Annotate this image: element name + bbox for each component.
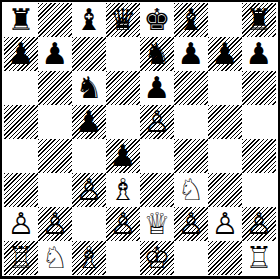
piece-white-pawn: ♙ — [246, 207, 273, 241]
square-c2[interactable] — [72, 207, 106, 241]
square-h4[interactable] — [242, 139, 276, 173]
square-g5[interactable] — [208, 105, 242, 139]
square-f8[interactable]: ♝ — [174, 3, 208, 37]
square-a8[interactable]: ♜ — [4, 3, 38, 37]
square-e2[interactable]: ♕ — [140, 207, 174, 241]
piece-white-knight: ♘ — [178, 173, 205, 207]
square-b5[interactable] — [38, 105, 72, 139]
piece-white-pawn: ♙ — [110, 207, 137, 241]
square-c8[interactable]: ♝ — [72, 3, 106, 37]
piece-black-pawn: ♟ — [76, 105, 103, 139]
square-a2[interactable]: ♙ — [4, 207, 38, 241]
piece-white-pawn: ♙ — [178, 207, 205, 241]
piece-black-pawn: ♟ — [178, 37, 205, 71]
square-b1[interactable]: ♘ — [38, 241, 72, 275]
piece-white-pawn: ♙ — [144, 105, 171, 139]
square-d7[interactable] — [106, 37, 140, 71]
piece-black-bishop: ♝ — [178, 3, 205, 37]
square-e8[interactable]: ♚ — [140, 3, 174, 37]
square-d1[interactable] — [106, 241, 140, 275]
square-a6[interactable] — [4, 71, 38, 105]
square-f7[interactable]: ♟ — [174, 37, 208, 71]
square-f4[interactable] — [174, 139, 208, 173]
piece-white-bishop: ♗ — [76, 241, 103, 275]
piece-white-bishop: ♗ — [110, 173, 137, 207]
piece-black-pawn: ♟ — [212, 37, 239, 71]
piece-black-pawn: ♟ — [110, 139, 137, 173]
piece-black-pawn: ♟ — [246, 37, 273, 71]
square-c1[interactable]: ♗ — [72, 241, 106, 275]
square-g7[interactable]: ♟ — [208, 37, 242, 71]
square-h7[interactable]: ♟ — [242, 37, 276, 71]
square-h2[interactable]: ♙ — [242, 207, 276, 241]
square-c4[interactable] — [72, 139, 106, 173]
square-h3[interactable] — [242, 173, 276, 207]
square-d8[interactable]: ♛ — [106, 3, 140, 37]
square-e7[interactable]: ♞ — [140, 37, 174, 71]
chess-board: ♜♝♛♚♝♜♟♟♞♟♟♟♞♟♟♙♟♙♗♘♙♙♙♕♙♙♙♖♘♗♔♖ — [4, 3, 276, 275]
piece-black-pawn: ♟ — [144, 71, 171, 105]
square-h1[interactable]: ♖ — [242, 241, 276, 275]
piece-white-pawn: ♙ — [76, 173, 103, 207]
square-g3[interactable] — [208, 173, 242, 207]
piece-black-knight: ♞ — [76, 71, 103, 105]
piece-black-rook: ♜ — [246, 3, 273, 37]
square-c7[interactable] — [72, 37, 106, 71]
square-b6[interactable] — [38, 71, 72, 105]
square-f2[interactable]: ♙ — [174, 207, 208, 241]
square-f3[interactable]: ♘ — [174, 173, 208, 207]
square-b8[interactable] — [38, 3, 72, 37]
square-a5[interactable] — [4, 105, 38, 139]
piece-white-knight: ♘ — [42, 241, 69, 275]
piece-white-pawn: ♙ — [42, 207, 69, 241]
square-a3[interactable] — [4, 173, 38, 207]
square-d4[interactable]: ♟ — [106, 139, 140, 173]
square-g8[interactable] — [208, 3, 242, 37]
square-a4[interactable] — [4, 139, 38, 173]
square-g1[interactable] — [208, 241, 242, 275]
piece-white-rook: ♖ — [246, 241, 273, 275]
piece-white-queen: ♕ — [144, 207, 171, 241]
square-e3[interactable] — [140, 173, 174, 207]
piece-black-knight: ♞ — [144, 37, 171, 71]
square-h5[interactable] — [242, 105, 276, 139]
square-a1[interactable]: ♖ — [4, 241, 38, 275]
square-h6[interactable] — [242, 71, 276, 105]
piece-white-pawn: ♙ — [212, 207, 239, 241]
square-b2[interactable]: ♙ — [38, 207, 72, 241]
square-a7[interactable]: ♟ — [4, 37, 38, 71]
piece-white-pawn: ♙ — [8, 207, 35, 241]
piece-white-king: ♔ — [144, 241, 171, 275]
piece-black-rook: ♜ — [8, 3, 35, 37]
piece-black-pawn: ♟ — [8, 37, 35, 71]
piece-black-queen: ♛ — [110, 3, 137, 37]
square-b3[interactable] — [38, 173, 72, 207]
square-e1[interactable]: ♔ — [140, 241, 174, 275]
piece-black-king: ♚ — [144, 3, 171, 37]
square-c6[interactable]: ♞ — [72, 71, 106, 105]
square-e6[interactable]: ♟ — [140, 71, 174, 105]
square-c3[interactable]: ♙ — [72, 173, 106, 207]
square-d3[interactable]: ♗ — [106, 173, 140, 207]
square-e4[interactable] — [140, 139, 174, 173]
square-c5[interactable]: ♟ — [72, 105, 106, 139]
piece-black-pawn: ♟ — [42, 37, 69, 71]
square-b7[interactable]: ♟ — [38, 37, 72, 71]
square-h8[interactable]: ♜ — [242, 3, 276, 37]
piece-white-rook: ♖ — [8, 241, 35, 275]
square-f6[interactable] — [174, 71, 208, 105]
square-f5[interactable] — [174, 105, 208, 139]
square-f1[interactable] — [174, 241, 208, 275]
chess-diagram: ♜♝♛♚♝♜♟♟♞♟♟♟♞♟♟♙♟♙♗♘♙♙♙♕♙♙♙♖♘♗♔♖ — [0, 0, 280, 279]
square-g2[interactable]: ♙ — [208, 207, 242, 241]
square-d5[interactable] — [106, 105, 140, 139]
square-b4[interactable] — [38, 139, 72, 173]
square-e5[interactable]: ♙ — [140, 105, 174, 139]
square-d6[interactable] — [106, 71, 140, 105]
square-g6[interactable] — [208, 71, 242, 105]
square-g4[interactable] — [208, 139, 242, 173]
piece-black-bishop: ♝ — [76, 3, 103, 37]
square-d2[interactable]: ♙ — [106, 207, 140, 241]
